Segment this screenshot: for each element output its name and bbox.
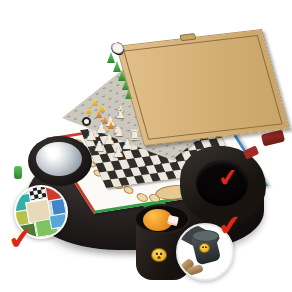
red-trim bbox=[243, 146, 259, 160]
lens bbox=[36, 142, 82, 176]
ludo-track-circle bbox=[122, 186, 136, 195]
white-stone: ● bbox=[111, 46, 124, 47]
red-checkmark: ✔ bbox=[217, 211, 243, 241]
smiley-button bbox=[151, 248, 167, 262]
lens-highlight bbox=[44, 147, 51, 152]
red-corner-piece bbox=[261, 130, 285, 147]
board-clasp bbox=[179, 33, 196, 41]
green-button bbox=[14, 166, 22, 179]
red-checkmark: ✔ bbox=[7, 223, 35, 255]
lens-cup bbox=[28, 136, 92, 186]
ludo-track-circle bbox=[135, 193, 150, 203]
red-checkmark: ✔ bbox=[216, 165, 239, 192]
target-ring bbox=[82, 117, 91, 126]
closeup-cup-rim bbox=[192, 230, 219, 242]
go-board: ●●●●●●●●●●●●●●●●●●● bbox=[116, 29, 290, 146]
closeup-smiley-button bbox=[199, 243, 210, 253]
product-photo: ●●●●●●●●●●●●●●●●●●● ♝♟♟♟♟♟♞♟♟♜✔✔✔ bbox=[0, 0, 292, 292]
